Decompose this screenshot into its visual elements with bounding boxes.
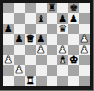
piece-black-pawn[interactable]: ♟ xyxy=(58,13,67,23)
square-d8[interactable] xyxy=(36,3,47,13)
square-f7[interactable]: ♟ xyxy=(57,13,68,23)
square-b7[interactable] xyxy=(14,13,25,23)
square-d3[interactable] xyxy=(36,55,47,65)
square-d4[interactable]: ♟ xyxy=(36,45,47,55)
square-e6[interactable] xyxy=(47,24,58,34)
square-a6[interactable]: ♟ xyxy=(3,24,14,34)
square-g3[interactable]: ♚ xyxy=(68,55,79,65)
piece-black-pawn[interactable]: ♟ xyxy=(4,24,13,34)
square-h5[interactable]: ♟ xyxy=(79,34,90,44)
square-c4[interactable] xyxy=(25,45,36,55)
square-b2[interactable]: ♟ xyxy=(14,65,25,75)
piece-black-pawn[interactable]: ♟ xyxy=(15,34,24,44)
square-a3[interactable]: ♟ xyxy=(3,55,14,65)
square-h2[interactable] xyxy=(79,65,90,75)
square-f8[interactable] xyxy=(57,3,68,13)
piece-white-queen[interactable]: ♛ xyxy=(26,34,35,44)
piece-black-rook[interactable]: ♜ xyxy=(47,3,56,13)
piece-white-rook[interactable]: ♜ xyxy=(26,76,35,86)
square-e3[interactable] xyxy=(47,55,58,65)
square-a2[interactable] xyxy=(3,65,14,75)
square-e1[interactable] xyxy=(47,76,58,86)
piece-black-queen[interactable]: ♛ xyxy=(58,24,67,34)
square-g7[interactable]: ♟ xyxy=(68,13,79,23)
piece-white-pawn[interactable]: ♟ xyxy=(37,45,46,55)
square-a1[interactable] xyxy=(3,76,14,86)
square-e2[interactable] xyxy=(47,65,58,75)
square-d2[interactable] xyxy=(36,65,47,75)
square-c3[interactable] xyxy=(25,55,36,65)
square-d6[interactable] xyxy=(36,24,47,34)
piece-white-bishop[interactable]: ♝ xyxy=(58,55,67,65)
piece-white-pawn[interactable]: ♟ xyxy=(4,55,13,65)
square-f4[interactable]: ♟ xyxy=(57,45,68,55)
square-c2[interactable] xyxy=(25,65,36,75)
piece-black-pawn[interactable]: ♟ xyxy=(69,13,78,23)
piece-white-pawn[interactable]: ♟ xyxy=(80,45,89,55)
square-f2[interactable] xyxy=(57,65,68,75)
square-e5[interactable] xyxy=(47,34,58,44)
piece-white-pawn[interactable]: ♟ xyxy=(15,65,24,75)
square-a5[interactable] xyxy=(3,34,14,44)
square-d1[interactable] xyxy=(36,76,47,86)
square-c8[interactable] xyxy=(25,3,36,13)
square-b8[interactable] xyxy=(14,3,25,13)
chess-board: ♜♚♝♟♟♟♛♟♛♟♟♟♟♟♟♝♚♟♜ xyxy=(3,3,90,86)
square-g6[interactable] xyxy=(68,24,79,34)
square-f5[interactable] xyxy=(57,34,68,44)
square-b4[interactable] xyxy=(14,45,25,55)
square-e4[interactable] xyxy=(47,45,58,55)
piece-white-pawn[interactable]: ♟ xyxy=(58,45,67,55)
square-g4[interactable] xyxy=(68,45,79,55)
square-g8[interactable]: ♚ xyxy=(68,3,79,13)
piece-black-pawn[interactable]: ♟ xyxy=(37,34,46,44)
piece-white-king[interactable]: ♚ xyxy=(69,55,78,65)
square-a7[interactable] xyxy=(3,13,14,23)
square-e8[interactable]: ♜ xyxy=(47,3,58,13)
square-h8[interactable] xyxy=(79,3,90,13)
square-b1[interactable] xyxy=(14,76,25,86)
square-g1[interactable] xyxy=(68,76,79,86)
piece-white-pawn[interactable]: ♟ xyxy=(80,34,89,44)
square-e7[interactable] xyxy=(47,13,58,23)
chess-board-frame: ♜♚♝♟♟♟♛♟♛♟♟♟♟♟♟♝♚♟♜ xyxy=(0,0,94,91)
square-a8[interactable] xyxy=(3,3,14,13)
square-c6[interactable] xyxy=(25,24,36,34)
square-h6[interactable] xyxy=(79,24,90,34)
square-f1[interactable] xyxy=(57,76,68,86)
square-c7[interactable] xyxy=(25,13,36,23)
square-g5[interactable] xyxy=(68,34,79,44)
square-c5[interactable]: ♛ xyxy=(25,34,36,44)
square-d7[interactable]: ♝ xyxy=(36,13,47,23)
square-b3[interactable] xyxy=(14,55,25,65)
square-d5[interactable]: ♟ xyxy=(36,34,47,44)
square-c1[interactable]: ♜ xyxy=(25,76,36,86)
square-f6[interactable]: ♛ xyxy=(57,24,68,34)
piece-black-bishop[interactable]: ♝ xyxy=(37,13,46,23)
square-h7[interactable] xyxy=(79,13,90,23)
piece-black-king[interactable]: ♚ xyxy=(69,3,78,13)
square-h3[interactable] xyxy=(79,55,90,65)
square-a4[interactable] xyxy=(3,45,14,55)
square-f3[interactable]: ♝ xyxy=(57,55,68,65)
square-b6[interactable] xyxy=(14,24,25,34)
square-h4[interactable]: ♟ xyxy=(79,45,90,55)
square-g2[interactable] xyxy=(68,65,79,75)
square-h1[interactable] xyxy=(79,76,90,86)
square-b5[interactable]: ♟ xyxy=(14,34,25,44)
